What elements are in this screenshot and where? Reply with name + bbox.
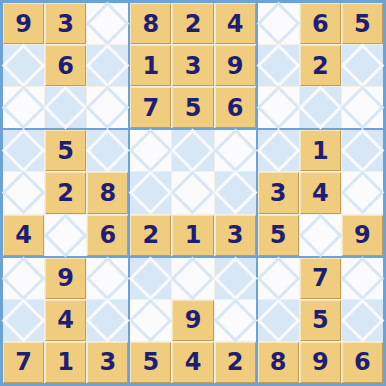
given-digit: 6	[312, 12, 329, 36]
given-digit: 4	[185, 350, 202, 374]
given-digit: 2	[57, 181, 74, 205]
cell-r3c6[interactable]: 6	[215, 87, 256, 128]
given-digit: 5	[270, 223, 287, 247]
cell-r7c2[interactable]: 9	[45, 258, 86, 299]
given-digit: 9	[185, 308, 202, 332]
cell-r2c6[interactable]: 9	[215, 45, 256, 86]
cell-r3c5[interactable]: 5	[172, 87, 213, 128]
given-digit: 6	[227, 96, 244, 120]
given-digit: 5	[185, 96, 202, 120]
cell-r2c3[interactable]	[87, 45, 128, 86]
cell-r2c8[interactable]: 2	[300, 45, 341, 86]
diamond-icon	[86, 298, 130, 342]
given-digit: 3	[57, 12, 74, 36]
cell-r5c9[interactable]	[342, 172, 383, 213]
cell-r1c7[interactable]	[258, 3, 299, 44]
cell-r5c6[interactable]	[215, 172, 256, 213]
given-digit: 8	[99, 181, 116, 205]
cell-r2c2[interactable]: 6	[45, 45, 86, 86]
box-r3c2: 9542	[130, 258, 255, 383]
cell-r4c3[interactable]	[87, 130, 128, 171]
given-digit: 1	[312, 139, 329, 163]
given-digit: 9	[227, 54, 244, 78]
cell-r7c8[interactable]: 7	[300, 258, 341, 299]
cell-r5c1[interactable]	[3, 172, 44, 213]
diamond-icon	[256, 86, 300, 130]
cell-r6c8[interactable]	[300, 215, 341, 256]
diamond-icon	[341, 256, 385, 300]
diamond-icon	[129, 298, 173, 342]
diamond-icon	[341, 86, 385, 130]
given-digit: 8	[143, 12, 160, 36]
cell-r9c6[interactable]: 2	[215, 342, 256, 383]
cell-r6c5[interactable]: 1	[172, 215, 213, 256]
box-r3c1: 94713	[3, 258, 128, 383]
cell-r5c3[interactable]: 8	[87, 172, 128, 213]
cell-r7c6[interactable]	[215, 258, 256, 299]
given-digit: 7	[15, 350, 32, 374]
cell-r9c1[interactable]: 7	[3, 342, 44, 383]
diamond-icon	[341, 129, 385, 173]
box-r2c2: 213	[130, 130, 255, 255]
diamond-icon	[256, 2, 300, 46]
diamond-icon	[2, 86, 46, 130]
sudoku-board: 9368241397566525284621313459947139542758…	[0, 0, 386, 386]
diamond-icon	[44, 213, 88, 257]
cell-r2c7[interactable]	[258, 45, 299, 86]
cell-r5c7[interactable]: 3	[258, 172, 299, 213]
diamond-icon	[86, 129, 130, 173]
cell-r1c5[interactable]: 2	[172, 3, 213, 44]
diamond-icon	[213, 129, 257, 173]
given-digit: 7	[143, 96, 160, 120]
diamond-icon	[213, 256, 257, 300]
cell-r6c4[interactable]: 2	[130, 215, 171, 256]
cell-r4c2[interactable]: 5	[45, 130, 86, 171]
diamond-icon	[2, 44, 46, 88]
cell-r9c3[interactable]: 3	[87, 342, 128, 383]
diamond-icon	[341, 171, 385, 215]
diamond-icon	[44, 86, 88, 130]
cell-r2c5[interactable]: 3	[172, 45, 213, 86]
cell-r8c9[interactable]	[342, 300, 383, 341]
given-digit: 9	[57, 266, 74, 290]
given-digit: 3	[185, 54, 202, 78]
given-digit: 2	[227, 350, 244, 374]
box-r2c3: 13459	[258, 130, 383, 255]
cell-r7c3[interactable]	[87, 258, 128, 299]
diamond-icon	[256, 129, 300, 173]
given-digit: 5	[57, 139, 74, 163]
given-digit: 9	[354, 223, 371, 247]
diamond-icon	[256, 44, 300, 88]
cell-r2c1[interactable]	[3, 45, 44, 86]
cell-r8c2[interactable]: 4	[45, 300, 86, 341]
cell-r8c3[interactable]	[87, 300, 128, 341]
cell-r3c7[interactable]	[258, 87, 299, 128]
diamond-icon	[2, 298, 46, 342]
cell-r4c4[interactable]	[130, 130, 171, 171]
given-digit: 4	[57, 308, 74, 332]
cell-r4c5[interactable]	[172, 130, 213, 171]
cell-r7c5[interactable]	[172, 258, 213, 299]
diamond-icon	[129, 129, 173, 173]
given-digit: 4	[312, 181, 329, 205]
cell-r6c2[interactable]	[45, 215, 86, 256]
cell-r3c1[interactable]	[3, 87, 44, 128]
cell-r8c8[interactable]: 5	[300, 300, 341, 341]
cell-r8c1[interactable]	[3, 300, 44, 341]
diamond-icon	[213, 298, 257, 342]
cell-r3c2[interactable]	[45, 87, 86, 128]
given-digit: 6	[99, 223, 116, 247]
given-digit: 9	[312, 350, 329, 374]
given-digit: 3	[99, 350, 116, 374]
cell-r9c5[interactable]: 4	[172, 342, 213, 383]
diamond-icon	[256, 298, 300, 342]
cell-r9c4[interactable]: 5	[130, 342, 171, 383]
given-digit: 2	[143, 223, 160, 247]
given-digit: 2	[185, 12, 202, 36]
diamond-icon	[86, 44, 130, 88]
cell-r1c3[interactable]	[87, 3, 128, 44]
cell-r3c3[interactable]	[87, 87, 128, 128]
given-digit: 7	[312, 266, 329, 290]
cell-r1c2[interactable]: 3	[45, 3, 86, 44]
diamond-icon	[171, 171, 215, 215]
cell-r6c9[interactable]: 9	[342, 215, 383, 256]
cell-r8c5[interactable]: 9	[172, 300, 213, 341]
given-digit: 3	[270, 181, 287, 205]
cell-r9c9[interactable]: 6	[342, 342, 383, 383]
box-r2c1: 52846	[3, 130, 128, 255]
given-digit: 1	[185, 223, 202, 247]
diamond-icon	[171, 129, 215, 173]
cell-r1c6[interactable]: 4	[215, 3, 256, 44]
cell-r4c7[interactable]	[258, 130, 299, 171]
cell-r4c1[interactable]	[3, 130, 44, 171]
cell-r5c8[interactable]: 4	[300, 172, 341, 213]
cell-r9c7[interactable]: 8	[258, 342, 299, 383]
box-r1c2: 824139756	[130, 3, 255, 128]
given-digit: 8	[270, 350, 287, 374]
cell-r7c9[interactable]	[342, 258, 383, 299]
diamond-icon	[341, 44, 385, 88]
diamond-icon	[213, 171, 257, 215]
cell-r1c4[interactable]: 8	[130, 3, 171, 44]
cell-r4c6[interactable]	[215, 130, 256, 171]
diamond-icon	[86, 2, 130, 46]
cell-r1c8[interactable]: 6	[300, 3, 341, 44]
given-digit: 9	[15, 12, 32, 36]
cell-r8c6[interactable]	[215, 300, 256, 341]
diamond-icon	[298, 86, 342, 130]
given-digit: 5	[354, 12, 371, 36]
cell-r3c4[interactable]: 7	[130, 87, 171, 128]
diamond-icon	[129, 171, 173, 215]
diamond-icon	[2, 129, 46, 173]
cell-r7c7[interactable]	[258, 258, 299, 299]
given-digit: 4	[227, 12, 244, 36]
given-digit: 5	[143, 350, 160, 374]
diamond-icon	[86, 86, 130, 130]
box-r1c1: 936	[3, 3, 128, 128]
cell-r6c1[interactable]: 4	[3, 215, 44, 256]
given-digit: 5	[312, 308, 329, 332]
cell-r7c1[interactable]	[3, 258, 44, 299]
cell-r8c4[interactable]	[130, 300, 171, 341]
cell-r3c8[interactable]	[300, 87, 341, 128]
cell-r4c9[interactable]	[342, 130, 383, 171]
cell-r6c3[interactable]: 6	[87, 215, 128, 256]
cell-r6c7[interactable]: 5	[258, 215, 299, 256]
cell-r6c6[interactable]: 3	[215, 215, 256, 256]
cell-r9c2[interactable]: 1	[45, 342, 86, 383]
cell-r9c8[interactable]: 9	[300, 342, 341, 383]
cell-r2c4[interactable]: 1	[130, 45, 171, 86]
box-r1c3: 652	[258, 3, 383, 128]
cell-r2c9[interactable]	[342, 45, 383, 86]
diamond-icon	[256, 256, 300, 300]
given-digit: 1	[143, 54, 160, 78]
diamond-icon	[298, 213, 342, 257]
given-digit: 1	[57, 350, 74, 374]
cell-r1c1[interactable]: 9	[3, 3, 44, 44]
cell-r1c9[interactable]: 5	[342, 3, 383, 44]
given-digit: 6	[57, 54, 74, 78]
diamond-icon	[171, 256, 215, 300]
cell-r8c7[interactable]	[258, 300, 299, 341]
diamond-icon	[86, 256, 130, 300]
diamond-icon	[129, 256, 173, 300]
box-r3c3: 75896	[258, 258, 383, 383]
cell-r4c8[interactable]: 1	[300, 130, 341, 171]
given-digit: 2	[312, 54, 329, 78]
cell-r5c5[interactable]	[172, 172, 213, 213]
diamond-icon	[2, 256, 46, 300]
given-digit: 4	[15, 223, 32, 247]
cell-r3c9[interactable]	[342, 87, 383, 128]
diamond-icon	[2, 171, 46, 215]
cell-r7c4[interactable]	[130, 258, 171, 299]
given-digit: 6	[354, 350, 371, 374]
cell-r5c4[interactable]	[130, 172, 171, 213]
diamond-icon	[341, 298, 385, 342]
cell-r5c2[interactable]: 2	[45, 172, 86, 213]
given-digit: 3	[227, 223, 244, 247]
